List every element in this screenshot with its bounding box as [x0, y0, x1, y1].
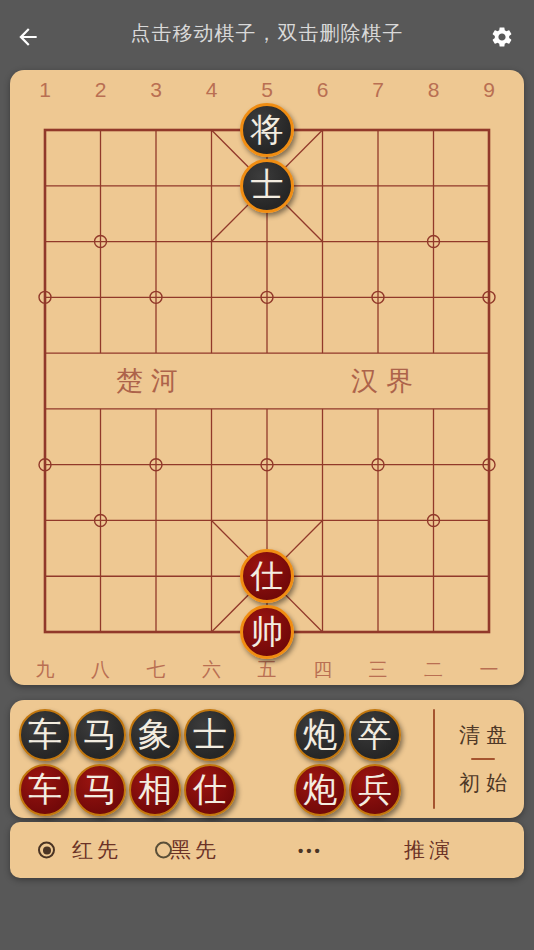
file-label-bottom: 六	[202, 659, 221, 680]
file-label-top: 8	[428, 78, 440, 101]
more-options-button[interactable]: •••	[298, 842, 323, 859]
file-label-top: 7	[372, 78, 384, 101]
tray-piece-red-炮[interactable]: 炮	[294, 764, 346, 816]
gear-icon	[490, 25, 514, 52]
tray-piece-black-车[interactable]: 车	[19, 709, 71, 761]
file-label-bottom: 七	[147, 659, 166, 680]
board-piece-士[interactable]: 士	[240, 159, 294, 213]
initial-setup-button[interactable]: 初始	[453, 769, 513, 797]
file-label-top: 2	[95, 78, 107, 101]
tray-piece-red-相[interactable]: 相	[129, 764, 181, 816]
red-first-radio[interactable]	[38, 842, 55, 859]
red-first-label[interactable]: 红先	[72, 836, 122, 864]
tray-piece-black-炮[interactable]: 炮	[294, 709, 346, 761]
file-label-bottom: 一	[480, 659, 499, 680]
tray-menu-divider	[471, 758, 495, 760]
tray-piece-black-卒[interactable]: 卒	[349, 709, 401, 761]
black-first-label[interactable]: 黑先	[170, 836, 220, 864]
file-label-bottom: 八	[91, 659, 110, 680]
board-piece-帅[interactable]: 帅	[240, 605, 294, 659]
file-label-top: 4	[206, 78, 218, 101]
file-label-bottom: 四	[313, 659, 332, 680]
tray-piece-red-兵[interactable]: 兵	[349, 764, 401, 816]
board-piece-仕[interactable]: 仕	[240, 549, 294, 603]
file-label-bottom: 二	[424, 659, 443, 680]
tray-piece-black-象[interactable]: 象	[129, 709, 181, 761]
top-app-bar: 点击移动棋子，双击删除棋子	[0, 0, 534, 66]
file-label-top: 9	[483, 78, 495, 101]
river-label-right: 汉界	[351, 366, 421, 396]
file-label-bottom: 三	[369, 659, 388, 680]
play-out-button[interactable]: 推演	[404, 836, 454, 864]
tray-piece-red-仕[interactable]: 仕	[184, 764, 236, 816]
back-button[interactable]	[8, 18, 48, 58]
river-label-left: 楚河	[116, 366, 186, 396]
xiangqi-board[interactable]: 楚河汉界123456789九八七六五四三二一将士仕帅	[10, 70, 524, 685]
arrow-back-icon	[15, 24, 41, 53]
tray-menu: 清盘 初始	[442, 700, 524, 818]
tray-piece-black-士[interactable]: 士	[184, 709, 236, 761]
bottom-bar: 红先 黑先 ••• 推演	[10, 822, 524, 878]
page-title: 点击移动棋子，双击删除棋子	[0, 20, 534, 47]
clear-board-button[interactable]: 清盘	[453, 721, 513, 749]
file-label-bottom: 九	[36, 659, 55, 680]
file-label-top: 3	[150, 78, 162, 101]
board-piece-将[interactable]: 将	[240, 103, 294, 157]
tray-piece-red-车[interactable]: 车	[19, 764, 71, 816]
tray-piece-red-马[interactable]: 马	[74, 764, 126, 816]
file-label-top: 5	[261, 78, 273, 101]
file-label-top: 6	[317, 78, 329, 101]
file-label-top: 1	[39, 78, 51, 101]
settings-button[interactable]	[482, 18, 522, 58]
piece-tray: 车马象士炮卒 车马相仕炮兵 清盘 初始	[10, 700, 524, 818]
tray-divider	[433, 709, 435, 809]
tray-piece-black-马[interactable]: 马	[74, 709, 126, 761]
file-label-bottom: 五	[258, 659, 277, 680]
